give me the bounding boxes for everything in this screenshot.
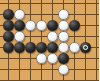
marked-black-stone <box>80 42 91 53</box>
black-stone <box>3 20 14 31</box>
white-stone <box>58 42 69 53</box>
last-move-marker-icon <box>83 45 88 50</box>
stones-layer <box>3 0 100 81</box>
black-stone <box>69 20 80 31</box>
white-stone <box>14 9 25 20</box>
black-stone <box>25 42 36 53</box>
white-stone <box>47 31 58 42</box>
go-app-window <box>0 0 100 81</box>
white-stone <box>58 20 69 31</box>
black-stone <box>36 42 47 53</box>
white-stone <box>36 53 47 64</box>
black-stone <box>47 42 58 53</box>
black-stone <box>3 31 14 42</box>
white-stone <box>58 9 69 20</box>
black-stone <box>3 42 14 53</box>
white-stone <box>36 20 47 31</box>
go-board[interactable] <box>0 0 100 81</box>
white-stone <box>25 20 36 31</box>
black-stone <box>58 53 69 64</box>
black-stone <box>3 9 14 20</box>
black-stone <box>14 20 25 31</box>
black-stone <box>14 42 25 53</box>
white-stone <box>58 31 69 42</box>
white-stone <box>47 53 58 64</box>
black-stone <box>47 20 58 31</box>
white-stone <box>69 42 80 53</box>
white-stone <box>58 64 69 75</box>
white-stone <box>14 31 25 42</box>
